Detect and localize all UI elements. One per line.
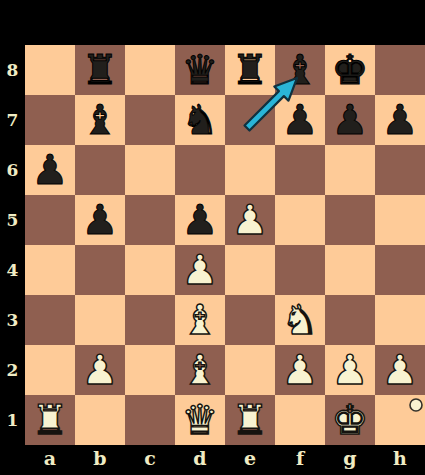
square-a8[interactable] — [25, 45, 75, 95]
square-b6[interactable] — [75, 145, 125, 195]
file-label-d: d — [175, 445, 225, 475]
square-h2[interactable]: ♟ — [375, 345, 425, 395]
square-h8[interactable] — [375, 45, 425, 95]
black-pawn[interactable]: ♟ — [332, 95, 369, 145]
square-e8[interactable]: ♜ — [225, 45, 275, 95]
white-pawn[interactable]: ♟ — [182, 245, 219, 295]
black-pawn[interactable]: ♟ — [282, 95, 319, 145]
square-h1[interactable] — [375, 395, 425, 445]
square-a2[interactable] — [25, 345, 75, 395]
white-knight[interactable]: ♞ — [282, 295, 319, 345]
square-f6[interactable] — [275, 145, 325, 195]
square-b8[interactable]: ♜ — [75, 45, 125, 95]
rank-label-8: 8 — [0, 45, 25, 95]
square-d2[interactable]: ♝ — [175, 345, 225, 395]
square-f3[interactable]: ♞ — [275, 295, 325, 345]
rank-label-6: 6 — [0, 145, 25, 195]
square-e5[interactable]: ♟ — [225, 195, 275, 245]
square-e3[interactable] — [225, 295, 275, 345]
square-h7[interactable]: ♟ — [375, 95, 425, 145]
white-pawn[interactable]: ♟ — [282, 345, 319, 395]
file-label-f: f — [275, 445, 325, 475]
file-label-h: h — [375, 445, 425, 475]
black-knight[interactable]: ♞ — [182, 95, 219, 145]
black-rook[interactable]: ♜ — [232, 45, 269, 95]
square-e2[interactable] — [225, 345, 275, 395]
square-h5[interactable] — [375, 195, 425, 245]
chess-board[interactable]: ♜♛♜♝♚♝♞♟♟♟♟♟♟♟♟♝♞♟♝♟♟♟♜♛♜♚ — [25, 45, 425, 445]
square-c8[interactable] — [125, 45, 175, 95]
white-rook[interactable]: ♜ — [32, 395, 69, 445]
square-c2[interactable] — [125, 345, 175, 395]
square-a1[interactable]: ♜ — [25, 395, 75, 445]
square-d5[interactable]: ♟ — [175, 195, 225, 245]
square-d1[interactable]: ♛ — [175, 395, 225, 445]
square-b1[interactable] — [75, 395, 125, 445]
rank-label-2: 2 — [0, 345, 25, 395]
black-queen[interactable]: ♛ — [182, 45, 219, 95]
square-c4[interactable] — [125, 245, 175, 295]
square-b4[interactable] — [75, 245, 125, 295]
black-bishop[interactable]: ♝ — [282, 45, 319, 95]
square-d4[interactable]: ♟ — [175, 245, 225, 295]
square-b7[interactable]: ♝ — [75, 95, 125, 145]
square-g8[interactable]: ♚ — [325, 45, 375, 95]
white-pawn[interactable]: ♟ — [332, 345, 369, 395]
square-a5[interactable] — [25, 195, 75, 245]
square-a6[interactable]: ♟ — [25, 145, 75, 195]
rank-label-5: 5 — [0, 195, 25, 245]
white-queen[interactable]: ♛ — [182, 395, 219, 445]
square-e6[interactable] — [225, 145, 275, 195]
white-rook[interactable]: ♜ — [232, 395, 269, 445]
file-label-c: c — [125, 445, 175, 475]
black-pawn[interactable]: ♟ — [182, 195, 219, 245]
square-c3[interactable] — [125, 295, 175, 345]
square-e1[interactable]: ♜ — [225, 395, 275, 445]
square-f8[interactable]: ♝ — [275, 45, 325, 95]
square-h3[interactable] — [375, 295, 425, 345]
rank-labels: 87654321 — [0, 45, 25, 445]
square-b3[interactable] — [75, 295, 125, 345]
square-e4[interactable] — [225, 245, 275, 295]
square-h4[interactable] — [375, 245, 425, 295]
square-c1[interactable] — [125, 395, 175, 445]
white-bishop[interactable]: ♝ — [182, 345, 219, 395]
white-bishop[interactable]: ♝ — [182, 295, 219, 345]
square-c5[interactable] — [125, 195, 175, 245]
square-g3[interactable] — [325, 295, 375, 345]
square-g5[interactable] — [325, 195, 375, 245]
square-g4[interactable] — [325, 245, 375, 295]
black-pawn[interactable]: ♟ — [32, 145, 69, 195]
square-g1[interactable]: ♚ — [325, 395, 375, 445]
white-pawn[interactable]: ♟ — [232, 195, 269, 245]
square-d8[interactable]: ♛ — [175, 45, 225, 95]
file-label-b: b — [75, 445, 125, 475]
square-e7[interactable] — [225, 95, 275, 145]
square-g6[interactable] — [325, 145, 375, 195]
white-king[interactable]: ♚ — [332, 395, 369, 445]
file-label-a: a — [25, 445, 75, 475]
file-label-g: g — [325, 445, 375, 475]
black-bishop[interactable]: ♝ — [82, 95, 119, 145]
chess-diagram: 87654321 ♜♛♜♝♚♝♞♟♟♟♟♟♟♟♟♝♞♟♝♟♟♟♜♛♜♚ abcd… — [0, 0, 425, 475]
square-d6[interactable] — [175, 145, 225, 195]
square-f4[interactable] — [275, 245, 325, 295]
square-h6[interactable] — [375, 145, 425, 195]
white-pawn[interactable]: ♟ — [82, 345, 119, 395]
square-d7[interactable]: ♞ — [175, 95, 225, 145]
square-c6[interactable] — [125, 145, 175, 195]
white-pawn[interactable]: ♟ — [382, 345, 419, 395]
square-f2[interactable]: ♟ — [275, 345, 325, 395]
square-a7[interactable] — [25, 95, 75, 145]
square-g2[interactable]: ♟ — [325, 345, 375, 395]
rank-label-7: 7 — [0, 95, 25, 145]
black-rook[interactable]: ♜ — [82, 45, 119, 95]
black-king[interactable]: ♚ — [332, 45, 369, 95]
rank-label-3: 3 — [0, 295, 25, 345]
rank-label-1: 1 — [0, 395, 25, 445]
square-d3[interactable]: ♝ — [175, 295, 225, 345]
square-c7[interactable] — [125, 95, 175, 145]
black-pawn[interactable]: ♟ — [82, 195, 119, 245]
file-label-e: e — [225, 445, 275, 475]
square-f5[interactable] — [275, 195, 325, 245]
square-a3[interactable] — [25, 295, 75, 345]
square-b5[interactable]: ♟ — [75, 195, 125, 245]
square-a4[interactable] — [25, 245, 75, 295]
square-f1[interactable] — [275, 395, 325, 445]
rank-label-4: 4 — [0, 245, 25, 295]
square-b2[interactable]: ♟ — [75, 345, 125, 395]
square-f7[interactable]: ♟ — [275, 95, 325, 145]
square-g7[interactable]: ♟ — [325, 95, 375, 145]
file-labels: abcdefgh — [25, 445, 425, 475]
black-pawn[interactable]: ♟ — [382, 95, 419, 145]
